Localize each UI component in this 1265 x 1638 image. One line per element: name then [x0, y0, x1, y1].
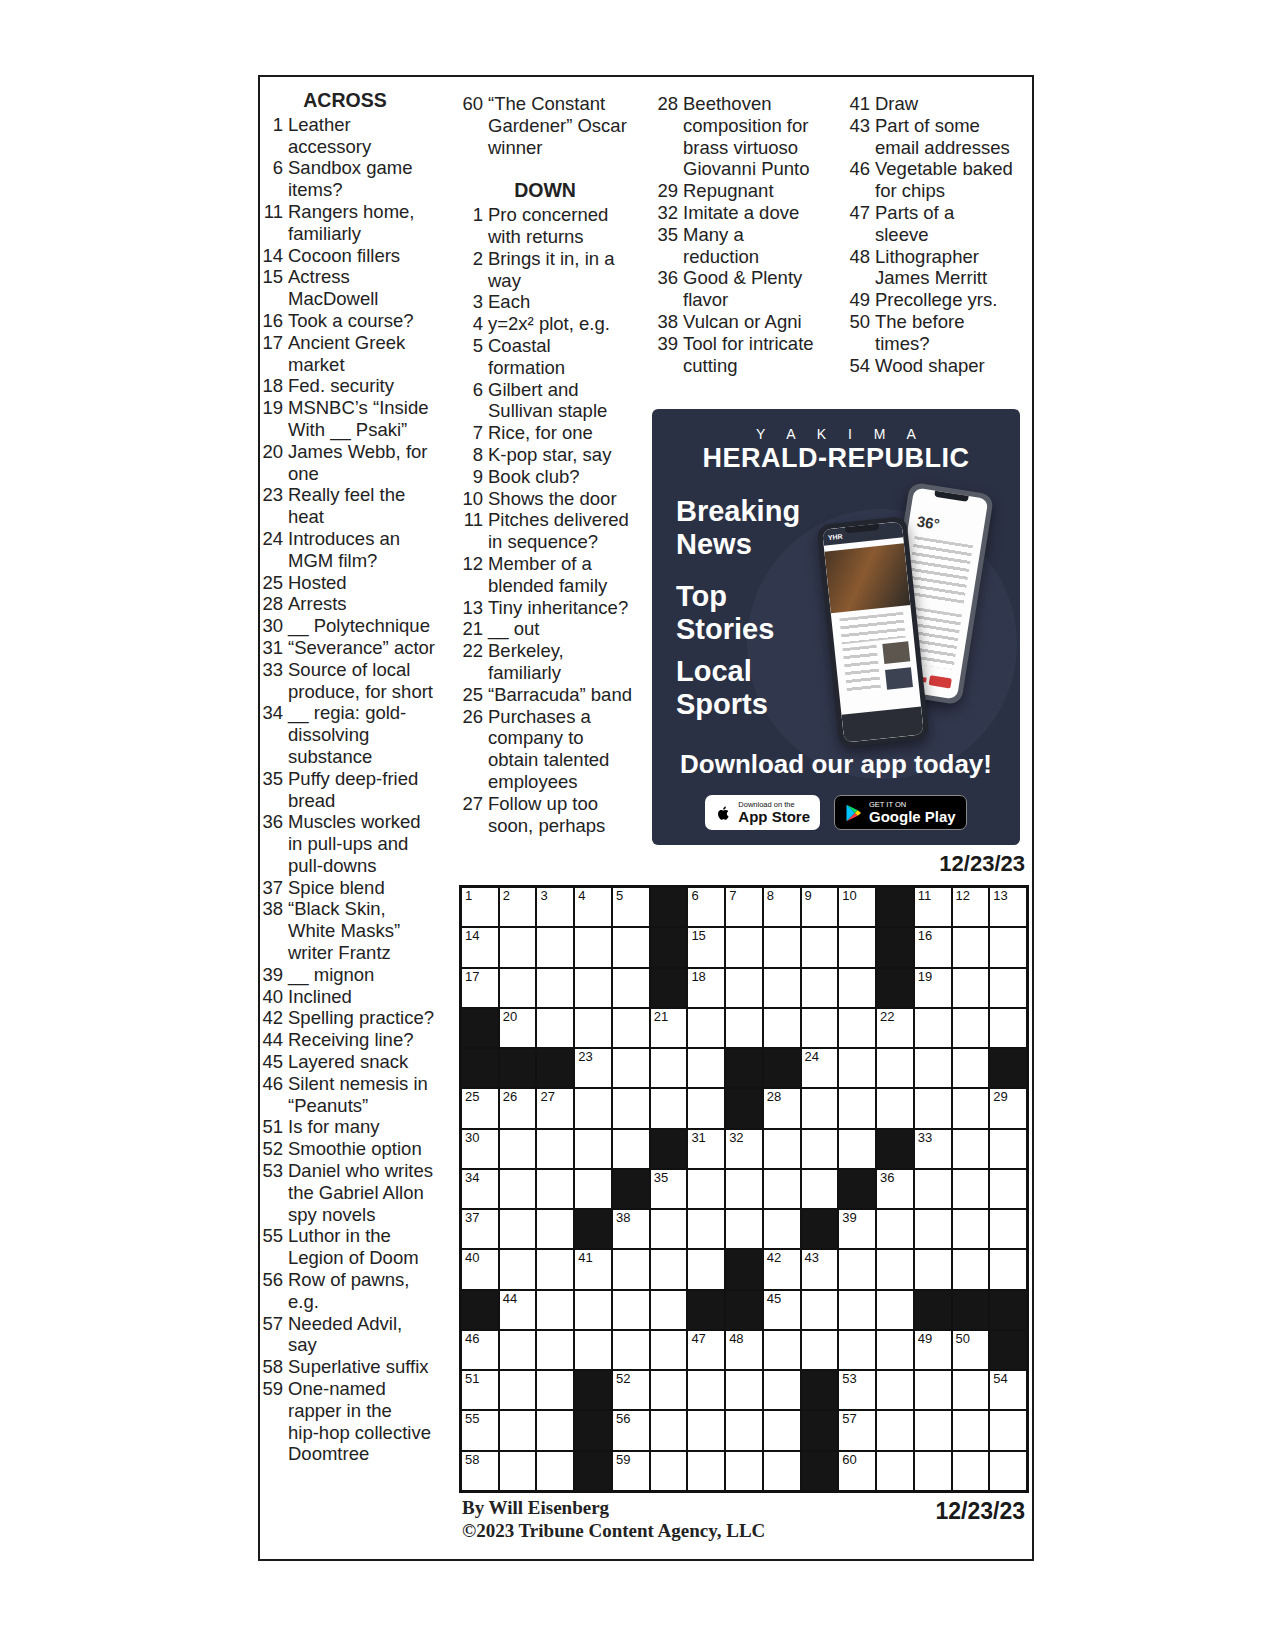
cell-r5c6[interactable]: [651, 1049, 687, 1087]
cell-number-49: 49: [918, 1332, 932, 1346]
cell-number-22: 22: [880, 1010, 894, 1024]
cell-r12c11[interactable]: [839, 1331, 875, 1369]
clue-across-52: 52Smoothie option: [255, 1138, 450, 1160]
clue-down-22: 22Berkeley, familiarly: [455, 640, 650, 684]
black-cell-r14c10: [802, 1411, 838, 1449]
cell-r3c7[interactable]: 18: [688, 969, 724, 1007]
cell-r13c5[interactable]: 52: [613, 1371, 649, 1409]
cell-r6c3[interactable]: 27: [537, 1089, 573, 1127]
cell-r8c7[interactable]: [688, 1170, 724, 1208]
cell-number-11: 11: [918, 889, 932, 903]
cell-r2c15[interactable]: [990, 928, 1026, 966]
cell-r6c12[interactable]: [877, 1089, 913, 1127]
cell-r5c14[interactable]: [953, 1049, 989, 1087]
cell-r14c13[interactable]: [915, 1411, 951, 1449]
clue-text: Follow up too soon, perhaps: [488, 793, 605, 837]
cell-r13c7[interactable]: [688, 1371, 724, 1409]
cell-r9c2[interactable]: [500, 1210, 536, 1248]
cell-r14c1[interactable]: 55: [462, 1411, 498, 1449]
cell-r14c11[interactable]: 57: [839, 1411, 875, 1449]
cell-r6c11[interactable]: [839, 1089, 875, 1127]
cell-number-12: 12: [956, 889, 970, 903]
clue-across-39: 39__ mignon: [255, 964, 450, 986]
cell-r14c6[interactable]: [651, 1411, 687, 1449]
clue-number: 8: [455, 444, 488, 466]
clue-number: 33: [255, 659, 288, 681]
cell-r4c13[interactable]: [915, 1009, 951, 1047]
cell-r4c14[interactable]: [953, 1009, 989, 1047]
cell-r12c4[interactable]: [575, 1331, 611, 1369]
cell-r3c9[interactable]: [764, 969, 800, 1007]
cell-r9c5[interactable]: 38: [613, 1210, 649, 1248]
clue-text: Rice, for one: [488, 422, 593, 444]
cell-r3c14[interactable]: [953, 969, 989, 1007]
cell-number-37: 37: [465, 1211, 479, 1225]
clue-number: 23: [255, 484, 288, 506]
cell-r5c11[interactable]: [839, 1049, 875, 1087]
cell-r1c15[interactable]: 13: [990, 888, 1026, 926]
cell-r1c8[interactable]: 7: [726, 888, 762, 926]
cell-r15c11[interactable]: 60: [839, 1452, 875, 1490]
cell-number-13: 13: [993, 889, 1007, 903]
cell-r2c5[interactable]: [613, 928, 649, 966]
cell-r10c4[interactable]: 41: [575, 1250, 611, 1288]
cell-r5c5[interactable]: [613, 1049, 649, 1087]
cell-r8c12[interactable]: 36: [877, 1170, 913, 1208]
cell-r8c13[interactable]: [915, 1170, 951, 1208]
cell-r5c13[interactable]: [915, 1049, 951, 1087]
cell-r1c3[interactable]: 3: [537, 888, 573, 926]
black-cell-r10c8: [726, 1250, 762, 1288]
cell-r12c5[interactable]: [613, 1331, 649, 1369]
cell-r7c15[interactable]: [990, 1130, 1026, 1168]
cell-r9c15[interactable]: [990, 1210, 1026, 1248]
cell-r15c6[interactable]: [651, 1452, 687, 1490]
clue-text: __ regia: gold- dissolving substance: [288, 702, 406, 767]
clue-number: 39: [255, 964, 288, 986]
cell-r6c9[interactable]: 28: [764, 1089, 800, 1127]
cell-number-17: 17: [465, 970, 479, 984]
cell-r5c7[interactable]: [688, 1049, 724, 1087]
cell-r4c7[interactable]: [688, 1009, 724, 1047]
black-cell-r11c7: [688, 1291, 724, 1329]
cell-r7c13[interactable]: 33: [915, 1130, 951, 1168]
cell-r2c14[interactable]: [953, 928, 989, 966]
clue-number: 13: [455, 597, 488, 619]
cell-r9c14[interactable]: [953, 1210, 989, 1248]
google-play-badge[interactable]: GET IT ON Google Play: [834, 795, 967, 830]
clue-text: Lithographer James Merritt: [875, 246, 987, 290]
cell-r2c4[interactable]: [575, 928, 611, 966]
cell-r7c3[interactable]: [537, 1130, 573, 1168]
clue-number: 45: [255, 1051, 288, 1073]
clue-down-8: 8K-pop star, say: [455, 444, 650, 466]
cell-r13c11[interactable]: 53: [839, 1371, 875, 1409]
black-cell-r11c15: [990, 1291, 1026, 1329]
cell-r15c8[interactable]: [726, 1452, 762, 1490]
cell-r3c2[interactable]: [500, 969, 536, 1007]
cell-r1c4[interactable]: 4: [575, 888, 611, 926]
cell-r1c10[interactable]: 9: [802, 888, 838, 926]
clue-across-18: 18Fed. security: [255, 375, 450, 397]
cell-r8c3[interactable]: [537, 1170, 573, 1208]
app-store-badge[interactable]: Download on the App Store: [705, 795, 820, 830]
cell-r3c4[interactable]: [575, 969, 611, 1007]
clue-text: __ mignon: [288, 964, 374, 986]
cell-r14c3[interactable]: [537, 1411, 573, 1449]
cell-r11c5[interactable]: [613, 1291, 649, 1329]
cell-r13c8[interactable]: [726, 1371, 762, 1409]
cell-r7c2[interactable]: [500, 1130, 536, 1168]
cell-r11c6[interactable]: [651, 1291, 687, 1329]
cell-r3c1[interactable]: 17: [462, 969, 498, 1007]
cell-r7c14[interactable]: [953, 1130, 989, 1168]
cell-r8c10[interactable]: [802, 1170, 838, 1208]
clue-number: 38: [650, 311, 683, 333]
cell-r10c15[interactable]: [990, 1250, 1026, 1288]
clue-number: 24: [255, 528, 288, 550]
cell-r15c9[interactable]: [764, 1452, 800, 1490]
cell-r7c1[interactable]: 30: [462, 1130, 498, 1168]
cell-r6c5[interactable]: [613, 1089, 649, 1127]
cell-r9c9[interactable]: [764, 1210, 800, 1248]
cell-r10c3[interactable]: [537, 1250, 573, 1288]
clue-text: Arrests: [288, 593, 347, 615]
black-cell-r1c12: [877, 888, 913, 926]
clue-across-59: 59One-named rapper in the hip-hop collec…: [255, 1378, 450, 1465]
cell-r15c7[interactable]: [688, 1452, 724, 1490]
cell-r8c4[interactable]: [575, 1170, 611, 1208]
cell-number-20: 20: [503, 1010, 517, 1024]
cell-r2c2[interactable]: [500, 928, 536, 966]
cell-r7c8[interactable]: 32: [726, 1130, 762, 1168]
cell-r10c10[interactable]: 43: [802, 1250, 838, 1288]
clue-number: 46: [255, 1073, 288, 1095]
cell-r6c10[interactable]: [802, 1089, 838, 1127]
cell-r5c4[interactable]: 23: [575, 1049, 611, 1087]
clue-number: 1: [255, 114, 288, 136]
cell-r9c11[interactable]: 39: [839, 1210, 875, 1248]
cell-r4c2[interactable]: 20: [500, 1009, 536, 1047]
text-lines: [839, 612, 905, 645]
cell-r9c13[interactable]: [915, 1210, 951, 1248]
cell-r14c12[interactable]: [877, 1411, 913, 1449]
cell-r1c5[interactable]: 5: [613, 888, 649, 926]
cell-r2c9[interactable]: [764, 928, 800, 966]
clue-text: Draw: [875, 93, 918, 115]
cell-number-47: 47: [691, 1332, 705, 1346]
cell-r7c10[interactable]: [802, 1130, 838, 1168]
clue-across-60: 60“The Constant Gardener” Oscar winner: [455, 93, 650, 158]
clue-text: __ out: [488, 618, 539, 640]
cell-r8c1[interactable]: 34: [462, 1170, 498, 1208]
cell-r14c14[interactable]: [953, 1411, 989, 1449]
cell-r8c15[interactable]: [990, 1170, 1026, 1208]
cell-r3c3[interactable]: [537, 969, 573, 1007]
clue-number: 7: [455, 422, 488, 444]
cell-number-59: 59: [616, 1453, 630, 1467]
cell-r4c11[interactable]: [839, 1009, 875, 1047]
clue-text: Good & Plenty flavor: [683, 267, 802, 311]
cell-r15c15[interactable]: [990, 1452, 1026, 1490]
cell-r8c6[interactable]: 35: [651, 1170, 687, 1208]
cell-r5c10[interactable]: 24: [802, 1049, 838, 1087]
black-cell-r13c10: [802, 1371, 838, 1409]
cell-r2c7[interactable]: 15: [688, 928, 724, 966]
cell-r10c2[interactable]: [500, 1250, 536, 1288]
cell-r12c1[interactable]: 46: [462, 1331, 498, 1369]
cell-r4c4[interactable]: [575, 1009, 611, 1047]
cell-r4c6[interactable]: 21: [651, 1009, 687, 1047]
cell-r10c11[interactable]: [839, 1250, 875, 1288]
cell-r1c9[interactable]: 8: [764, 888, 800, 926]
cell-r3c8[interactable]: [726, 969, 762, 1007]
cell-r13c3[interactable]: [537, 1371, 573, 1409]
cell-r9c3[interactable]: [537, 1210, 573, 1248]
cell-r2c10[interactable]: [802, 928, 838, 966]
cell-r10c12[interactable]: [877, 1250, 913, 1288]
credits: By Will Eisenberg ©2023 Tribune Content …: [462, 1496, 765, 1542]
clue-across-17: 17Ancient Greek market: [255, 332, 450, 376]
cell-number-18: 18: [691, 970, 705, 984]
clue-across-30: 30__ Polytechnique: [255, 615, 450, 637]
cell-r2c1[interactable]: 14: [462, 928, 498, 966]
clue-number: 14: [255, 245, 288, 267]
clue-column-down-3: 41Draw43Part of some email addresses46Ve…: [842, 93, 1037, 376]
clue-text: Pitches delivered in sequence?: [488, 509, 629, 553]
cell-r12c12[interactable]: [877, 1331, 913, 1369]
clue-across-56: 56Row of pawns, e.g.: [255, 1269, 450, 1313]
clue-number: 57: [255, 1313, 288, 1335]
cell-r7c4[interactable]: [575, 1130, 611, 1168]
clue-number: 6: [255, 157, 288, 179]
cell-r10c5[interactable]: [613, 1250, 649, 1288]
clue-text: Ancient Greek market: [288, 332, 405, 376]
cell-r13c14[interactable]: [953, 1371, 989, 1409]
cell-r14c2[interactable]: [500, 1411, 536, 1449]
cell-number-53: 53: [842, 1372, 856, 1386]
clue-down-36: 36Good & Plenty flavor: [650, 267, 845, 311]
byline: By Will Eisenberg: [462, 1496, 765, 1519]
cell-r2c8[interactable]: [726, 928, 762, 966]
cell-r13c6[interactable]: [651, 1371, 687, 1409]
cell-r4c10[interactable]: [802, 1009, 838, 1047]
cell-r10c9[interactable]: 42: [764, 1250, 800, 1288]
cell-r6c13[interactable]: [915, 1089, 951, 1127]
cell-r15c2[interactable]: [500, 1452, 536, 1490]
cell-r6c1[interactable]: 25: [462, 1089, 498, 1127]
cell-r15c14[interactable]: [953, 1452, 989, 1490]
cell-r6c14[interactable]: [953, 1089, 989, 1127]
black-cell-r15c4: [575, 1452, 611, 1490]
cell-r11c12[interactable]: [877, 1291, 913, 1329]
cell-r14c7[interactable]: [688, 1411, 724, 1449]
cell-r13c1[interactable]: 51: [462, 1371, 498, 1409]
cell-r15c5[interactable]: 59: [613, 1452, 649, 1490]
cell-r1c11[interactable]: 10: [839, 888, 875, 926]
clue-across-1: 1Leather accessory: [255, 114, 450, 158]
cell-r12c9[interactable]: [764, 1331, 800, 1369]
cell-r13c9[interactable]: [764, 1371, 800, 1409]
ad-feature-2: Top Stories: [676, 580, 774, 646]
cell-number-16: 16: [918, 929, 932, 943]
cell-r12c13[interactable]: 49: [915, 1331, 951, 1369]
cell-r2c13[interactable]: 16: [915, 928, 951, 966]
cell-r6c7[interactable]: [688, 1089, 724, 1127]
clue-across-34: 34__ regia: gold- dissolving substance: [255, 702, 450, 767]
cell-r12c8[interactable]: 48: [726, 1331, 762, 1369]
cell-r14c5[interactable]: 56: [613, 1411, 649, 1449]
clue-text: James Webb, for one: [288, 441, 428, 485]
cell-r8c2[interactable]: [500, 1170, 536, 1208]
clue-number: 40: [255, 986, 288, 1008]
clue-number: 49: [842, 289, 875, 311]
cell-r11c9[interactable]: 45: [764, 1291, 800, 1329]
cell-r3c15[interactable]: [990, 969, 1026, 1007]
clue-number: 42: [255, 1007, 288, 1029]
cell-r6c2[interactable]: 26: [500, 1089, 536, 1127]
cell-r10c1[interactable]: 40: [462, 1250, 498, 1288]
cell-r12c2[interactable]: [500, 1331, 536, 1369]
cell-r11c3[interactable]: [537, 1291, 573, 1329]
cell-r2c11[interactable]: [839, 928, 875, 966]
clue-number: 15: [255, 266, 288, 288]
cell-r15c12[interactable]: [877, 1452, 913, 1490]
cell-r9c1[interactable]: 37: [462, 1210, 498, 1248]
cell-r13c13[interactable]: [915, 1371, 951, 1409]
cell-r1c14[interactable]: 12: [953, 888, 989, 926]
cell-r4c12[interactable]: 22: [877, 1009, 913, 1047]
clue-text: Book club?: [488, 466, 580, 488]
clue-down-46: 46Vegetable baked for chips: [842, 158, 1037, 202]
cell-r14c9[interactable]: [764, 1411, 800, 1449]
cell-r7c9[interactable]: [764, 1130, 800, 1168]
cell-r1c7[interactable]: 6: [688, 888, 724, 926]
clue-text: Each: [488, 291, 530, 313]
cell-r15c3[interactable]: [537, 1452, 573, 1490]
cell-r8c9[interactable]: [764, 1170, 800, 1208]
cell-r13c2[interactable]: [500, 1371, 536, 1409]
cell-r12c14[interactable]: 50: [953, 1331, 989, 1369]
black-cell-r4c1: [462, 1009, 498, 1047]
clue-across-23: 23Really feel the heat: [255, 484, 450, 528]
cell-number-6: 6: [691, 889, 698, 903]
cell-r9c12[interactable]: [877, 1210, 913, 1248]
black-cell-r5c8: [726, 1049, 762, 1087]
cell-r13c12[interactable]: [877, 1371, 913, 1409]
clue-across-55: 55Luthor in the Legion of Doom: [255, 1225, 450, 1269]
clue-down-49: 49Precollege yrs.: [842, 289, 1037, 311]
cell-r4c3[interactable]: [537, 1009, 573, 1047]
black-cell-r2c6: [651, 928, 687, 966]
cell-r15c1[interactable]: 58: [462, 1452, 498, 1490]
cell-r9c7[interactable]: [688, 1210, 724, 1248]
clue-across-53: 53Daniel who writes the Gabriel Allon sp…: [255, 1160, 450, 1225]
cell-r7c5[interactable]: [613, 1130, 649, 1168]
cell-r10c7[interactable]: [688, 1250, 724, 1288]
cell-r4c8[interactable]: [726, 1009, 762, 1047]
clue-number: 59: [255, 1378, 288, 1400]
cell-r2c3[interactable]: [537, 928, 573, 966]
cell-r6c4[interactable]: [575, 1089, 611, 1127]
down-clue-list-3: 41Draw43Part of some email addresses46Ve…: [842, 93, 1037, 376]
cell-r7c7[interactable]: 31: [688, 1130, 724, 1168]
clue-text: Smoothie option: [288, 1138, 422, 1160]
clue-number: 2: [455, 248, 488, 270]
cell-r4c5[interactable]: [613, 1009, 649, 1047]
red-button: [929, 675, 952, 688]
cell-r9c6[interactable]: [651, 1210, 687, 1248]
black-cell-r3c12: [877, 969, 913, 1007]
cell-r8c14[interactable]: [953, 1170, 989, 1208]
cell-r12c10[interactable]: [802, 1331, 838, 1369]
cell-r10c14[interactable]: [953, 1250, 989, 1288]
cell-r14c15[interactable]: [990, 1411, 1026, 1449]
clue-down-47: 47Parts of a sleeve: [842, 202, 1037, 246]
clue-down-6: 6Gilbert and Sullivan staple: [455, 379, 650, 423]
cell-r3c11[interactable]: [839, 969, 875, 1007]
cell-r12c7[interactable]: 47: [688, 1331, 724, 1369]
cell-r6c15[interactable]: 29: [990, 1089, 1026, 1127]
cell-number-48: 48: [729, 1332, 743, 1346]
clue-number: 38: [255, 898, 288, 920]
clue-text: Puffy deep-fried bread: [288, 768, 418, 812]
cell-r4c9[interactable]: [764, 1009, 800, 1047]
black-cell-r11c13: [915, 1291, 951, 1329]
cell-r8c8[interactable]: [726, 1170, 762, 1208]
cell-r3c10[interactable]: [802, 969, 838, 1007]
cell-r1c2[interactable]: 2: [500, 888, 536, 926]
text-lines: [905, 536, 973, 604]
cell-r3c13[interactable]: 19: [915, 969, 951, 1007]
clue-down-28: 28Beethoven composition for brass virtuo…: [650, 93, 845, 180]
clue-text: y=2x² plot, e.g.: [488, 313, 610, 335]
cell-r5c12[interactable]: [877, 1049, 913, 1087]
cell-r1c1[interactable]: 1: [462, 888, 498, 926]
cell-number-39: 39: [842, 1211, 856, 1225]
clue-down-5: 5Coastal formation: [455, 335, 650, 379]
cell-number-50: 50: [956, 1332, 970, 1346]
clue-number: 41: [842, 93, 875, 115]
black-cell-r5c1: [462, 1049, 498, 1087]
cell-r12c6[interactable]: [651, 1331, 687, 1369]
cell-r10c13[interactable]: [915, 1250, 951, 1288]
cell-number-41: 41: [578, 1251, 592, 1265]
cell-r1c13[interactable]: 11: [915, 888, 951, 926]
cell-r7c11[interactable]: [839, 1130, 875, 1168]
cell-r14c8[interactable]: [726, 1411, 762, 1449]
cell-number-27: 27: [540, 1090, 554, 1104]
cell-r13c15[interactable]: 54: [990, 1371, 1026, 1409]
cell-number-54: 54: [993, 1372, 1007, 1386]
cell-r9c8[interactable]: [726, 1210, 762, 1248]
clue-number: 1: [455, 204, 488, 226]
cell-r4c15[interactable]: [990, 1009, 1026, 1047]
black-cell-r5c3: [537, 1049, 573, 1087]
cell-r11c10[interactable]: [802, 1291, 838, 1329]
clue-across-40: 40Inclined: [255, 986, 450, 1008]
clue-text: Tool for intricate cutting: [683, 333, 814, 377]
cell-r3c5[interactable]: [613, 969, 649, 1007]
cell-r11c4[interactable]: [575, 1291, 611, 1329]
cell-r6c6[interactable]: [651, 1089, 687, 1127]
cell-r11c2[interactable]: 44: [500, 1291, 536, 1329]
cell-r11c11[interactable]: [839, 1291, 875, 1329]
cell-r10c6[interactable]: [651, 1250, 687, 1288]
clue-text: Coastal formation: [488, 335, 565, 379]
cell-r12c3[interactable]: [537, 1331, 573, 1369]
cell-r15c13[interactable]: [915, 1452, 951, 1490]
